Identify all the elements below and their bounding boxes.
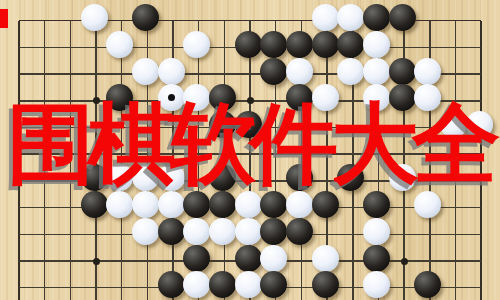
stone-black[interactable]	[260, 58, 287, 85]
stone-white[interactable]	[158, 191, 185, 218]
stone-black[interactable]	[158, 218, 185, 245]
star-point	[93, 258, 100, 265]
stone-white[interactable]	[414, 191, 441, 218]
stone-black[interactable]	[312, 31, 339, 58]
stone-white[interactable]	[209, 218, 236, 245]
stone-white[interactable]	[337, 4, 364, 31]
stone-white[interactable]	[363, 58, 390, 85]
stone-white[interactable]	[363, 271, 390, 298]
go-board-screenshot: 围棋软件大全	[0, 0, 500, 300]
stone-black[interactable]	[414, 271, 441, 298]
stone-black[interactable]	[132, 4, 159, 31]
stone-black[interactable]	[363, 245, 390, 272]
stone-white[interactable]	[235, 271, 262, 298]
stone-white[interactable]	[312, 4, 339, 31]
stone-white[interactable]	[132, 58, 159, 85]
stone-black[interactable]	[81, 191, 108, 218]
stone-black[interactable]	[389, 4, 416, 31]
stone-black[interactable]	[260, 31, 287, 58]
stone-black[interactable]	[363, 4, 390, 31]
star-point	[401, 258, 408, 265]
stone-black[interactable]	[363, 191, 390, 218]
stone-white[interactable]	[132, 218, 159, 245]
stone-black[interactable]	[235, 31, 262, 58]
stone-white[interactable]	[312, 245, 339, 272]
stone-black[interactable]	[183, 245, 210, 272]
stone-black[interactable]	[260, 218, 287, 245]
stone-white[interactable]	[414, 58, 441, 85]
stone-white[interactable]	[363, 31, 390, 58]
stone-white[interactable]	[183, 31, 210, 58]
stone-black[interactable]	[260, 271, 287, 298]
stone-black[interactable]	[337, 31, 364, 58]
stone-white[interactable]	[363, 218, 390, 245]
stone-black[interactable]	[209, 271, 236, 298]
stone-white[interactable]	[106, 31, 133, 58]
stone-white[interactable]	[132, 191, 159, 218]
red-corner-mark	[0, 9, 8, 28]
stone-white[interactable]	[183, 218, 210, 245]
stone-white[interactable]	[337, 58, 364, 85]
stone-black[interactable]	[158, 271, 185, 298]
page-title: 围棋软件大全	[0, 100, 500, 188]
stone-black[interactable]	[183, 191, 210, 218]
stone-black[interactable]	[260, 191, 287, 218]
stone-white[interactable]	[286, 191, 313, 218]
stone-white[interactable]	[158, 58, 185, 85]
stone-black[interactable]	[312, 191, 339, 218]
stone-white[interactable]	[81, 4, 108, 31]
stone-white[interactable]	[235, 191, 262, 218]
stone-black[interactable]	[312, 271, 339, 298]
stone-white[interactable]	[183, 271, 210, 298]
stone-white[interactable]	[260, 245, 287, 272]
stone-white[interactable]	[235, 218, 262, 245]
stone-white[interactable]	[286, 58, 313, 85]
stone-black[interactable]	[286, 31, 313, 58]
stone-black[interactable]	[209, 191, 236, 218]
stone-black[interactable]	[235, 245, 262, 272]
stone-white[interactable]	[106, 191, 133, 218]
stone-black[interactable]	[286, 218, 313, 245]
stone-black[interactable]	[389, 58, 416, 85]
